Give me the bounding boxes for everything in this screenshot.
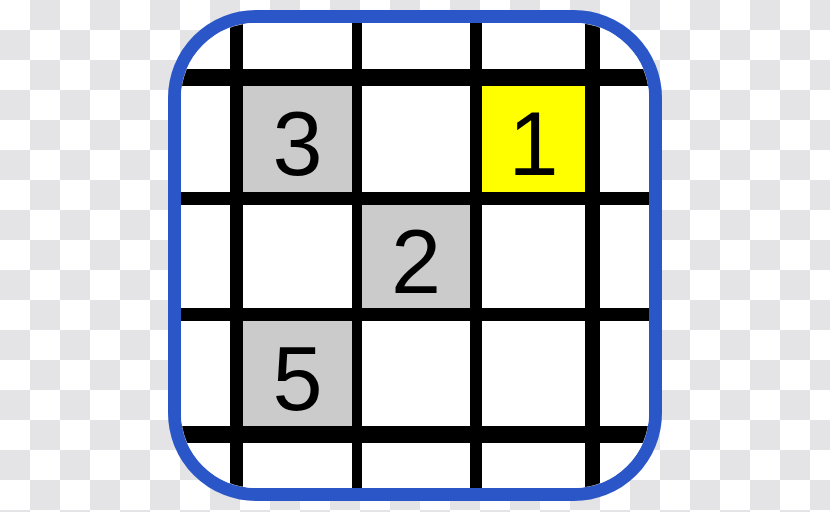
cell-r1c2	[352, 69, 470, 192]
cell-r3c1: 5	[230, 308, 352, 426]
cell-r3c2	[352, 308, 470, 426]
cell-r3c4	[585, 308, 649, 426]
cell-r0c1	[230, 23, 352, 69]
cell-r3c0	[181, 308, 230, 426]
cell-r4c4	[585, 426, 649, 488]
cell-r0c0	[181, 23, 230, 69]
digit-1: 1	[508, 99, 558, 189]
cell-r1c0	[181, 69, 230, 192]
cell-r2c3	[470, 192, 585, 308]
cell-r1c3: 1	[470, 69, 585, 192]
cell-r1c1: 3	[230, 69, 352, 192]
cell-r0c4	[585, 23, 649, 69]
cell-r0c2	[352, 23, 470, 69]
digit-2: 2	[391, 217, 441, 307]
cell-r1c4	[585, 69, 649, 192]
cell-r3c3	[470, 308, 585, 426]
cell-r4c1	[230, 426, 352, 488]
sudoku-app-icon[interactable]: 3 1 2 5	[168, 10, 662, 501]
cell-r2c4	[585, 192, 649, 308]
digit-3: 3	[272, 99, 322, 189]
cell-r2c1	[230, 192, 352, 308]
digit-5: 5	[272, 334, 322, 424]
cell-r4c2	[352, 426, 470, 488]
cell-r4c0	[181, 426, 230, 488]
cell-r0c3	[470, 23, 585, 69]
transparency-checkerboard: { "game": "sudoku", "description": "Sudo…	[0, 0, 830, 512]
cell-r2c0	[181, 192, 230, 308]
cell-r4c3	[470, 426, 585, 488]
sudoku-grid: 3 1 2 5	[181, 23, 649, 488]
cell-r2c2: 2	[352, 192, 470, 308]
